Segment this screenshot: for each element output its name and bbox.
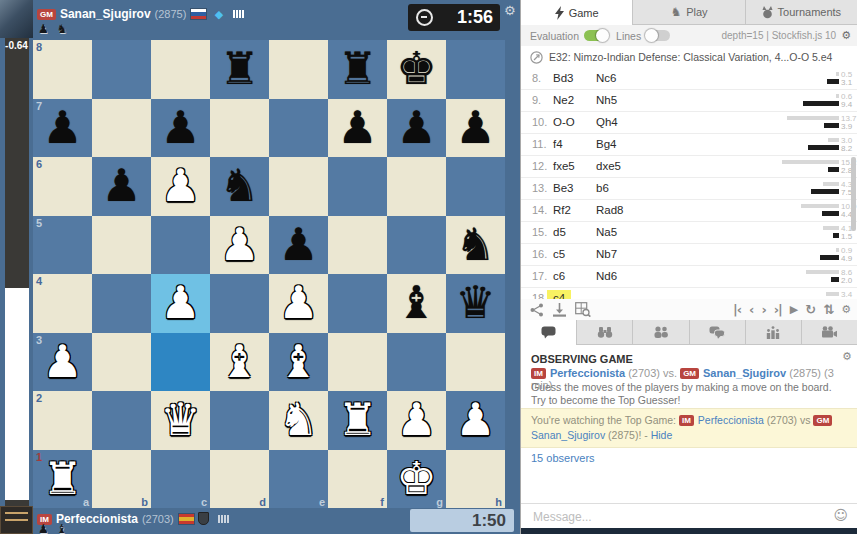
file-label: h	[495, 496, 502, 508]
white-move[interactable]: d5	[553, 226, 566, 238]
move-row: 14.Rf2Rad810.04.4	[521, 200, 857, 222]
engine-status: depth=15 | Stockfish.js 10	[722, 30, 837, 41]
square-c2[interactable]: ♛	[151, 391, 210, 450]
player-name[interactable]: Sanan_Sjugirov	[60, 7, 151, 21]
chess-board[interactable]: 8♜♜♚♟7♟♟♟♟6♟♟♞5♟♟♞4♟♟♝♛♟3♝♝2♛♞♜♟♟♜1abcde…	[33, 40, 505, 508]
tab-players[interactable]	[633, 320, 689, 345]
banner-hide-link[interactable]: Hide	[651, 429, 673, 441]
tab-game[interactable]: Game	[521, 0, 633, 25]
square-b5[interactable]	[92, 216, 151, 275]
square-h4[interactable]: ♛	[446, 274, 505, 333]
time-bar	[833, 233, 839, 238]
white-move[interactable]: fxe5	[553, 160, 575, 172]
square-b1[interactable]: b	[92, 450, 151, 509]
time-bar	[826, 292, 839, 296]
side-panel: Game ♞ Play Tournaments Evaluation Lines…	[520, 0, 857, 534]
title-badge: IM	[531, 368, 546, 379]
chat-tabs	[521, 320, 857, 345]
white-move[interactable]: O-O	[553, 116, 575, 128]
lines-label: Lines	[616, 30, 641, 42]
square-f2[interactable]: ♜	[328, 391, 387, 450]
top-player-clock: 1:56	[408, 4, 500, 31]
square-h1[interactable]: h	[446, 450, 505, 509]
rank-label: 6	[36, 158, 42, 170]
white-player-link[interactable]: Perfeccionista	[550, 367, 625, 379]
move-row: 10.O-OQh413.73.9	[521, 112, 857, 134]
time-bar	[836, 72, 839, 76]
white-move[interactable]: Rf2	[553, 204, 571, 216]
time-bar	[828, 138, 839, 142]
next-move-button[interactable]: ›	[761, 302, 765, 317]
observing-settings-gear-icon[interactable]: ⚙	[842, 350, 852, 363]
black-move[interactable]: Bg4	[596, 138, 616, 150]
square-f3[interactable]	[328, 333, 387, 392]
observing-title: OBSERVING GAME	[531, 353, 633, 365]
white-move[interactable]: Bd3	[553, 72, 573, 84]
square-b3[interactable]	[92, 333, 151, 392]
black-move[interactable]: dxe5	[596, 160, 621, 172]
white-knight-e2[interactable]: ♞	[269, 391, 328, 450]
square-e8[interactable]	[269, 40, 328, 99]
black-knight-h5[interactable]: ♞	[446, 216, 505, 275]
square-a1[interactable]: ♜1a	[33, 450, 92, 509]
white-pawn-c6[interactable]: ♟	[151, 157, 210, 216]
square-c5[interactable]	[151, 216, 210, 275]
square-c4[interactable]: ♟	[151, 274, 210, 333]
black-player-link[interactable]: Sanan_Sjugirov	[703, 367, 786, 379]
black-pawn-h7[interactable]: ♟	[446, 99, 505, 158]
title-badge: GM	[813, 415, 832, 426]
square-h8[interactable]	[446, 40, 505, 99]
move-number: 15.	[532, 226, 547, 238]
black-knight-d6[interactable]: ♞	[210, 157, 269, 216]
black-rook-f8[interactable]: ♜	[328, 40, 387, 99]
banner-black-link[interactable]: Sanan_Sjugirov	[531, 429, 605, 441]
move-number: 11.	[532, 138, 546, 150]
time-bar	[836, 248, 839, 252]
white-move[interactable]: Be3	[553, 182, 573, 194]
black-move[interactable]: Na5	[596, 226, 617, 238]
white-move[interactable]: Ne2	[553, 94, 574, 106]
russia-flag-icon	[191, 9, 206, 19]
square-c1[interactable]: c	[151, 450, 210, 509]
evaluation-toggle[interactable]	[584, 30, 608, 41]
rank-label: 8	[36, 41, 42, 53]
file-label: f	[380, 496, 384, 508]
player-rating: (2875)	[155, 8, 187, 20]
rank-label: 1	[36, 451, 42, 463]
square-h6[interactable]	[446, 157, 505, 216]
move-row: 13.Be3b64.37.5	[521, 178, 857, 200]
tab-statistics[interactable]	[746, 320, 802, 345]
time-bar	[828, 167, 839, 172]
time-bar	[808, 145, 839, 150]
square-a8[interactable]: 8	[33, 40, 92, 99]
time-bar	[787, 116, 839, 120]
move-row: 15.d5Na54.11.5	[521, 222, 857, 244]
knight-icon: ♞	[670, 5, 681, 19]
square-b6[interactable]: ♟	[92, 157, 151, 216]
white-pawn-c4[interactable]: ♟	[151, 274, 210, 333]
streamer-photo	[0, 0, 33, 38]
square-f6[interactable]	[328, 157, 387, 216]
square-b8[interactable]	[92, 40, 151, 99]
move-number: 14.	[532, 204, 547, 216]
square-d7[interactable]	[210, 99, 269, 158]
square-a2[interactable]: 2	[33, 391, 92, 450]
tab-private-chats[interactable]	[690, 320, 746, 345]
last-move-button[interactable]: ›|	[774, 302, 782, 317]
rank-label: 7	[36, 100, 42, 112]
moves-settings-gear-icon[interactable]: ⚙	[841, 303, 850, 316]
square-f4[interactable]	[328, 274, 387, 333]
square-f1[interactable]: f	[328, 450, 387, 509]
square-b2[interactable]	[92, 391, 151, 450]
square-a5[interactable]: 5	[33, 216, 92, 275]
white-bishop-d3[interactable]: ♝	[210, 333, 269, 392]
time-value: 9.4	[841, 100, 852, 109]
time-value: 3.1	[841, 78, 852, 87]
move-row: 11.f4Bg43.08.2	[521, 134, 857, 156]
rank-label: 4	[36, 275, 42, 287]
black-rook-d8[interactable]: ♜	[210, 40, 269, 99]
time-bar	[811, 189, 840, 194]
engine-controls: Evaluation Lines depth=15 | Stockfish.js…	[521, 25, 857, 47]
square-g6[interactable]	[387, 157, 446, 216]
square-g4[interactable]: ♝	[387, 274, 446, 333]
time-value: 3.9	[841, 122, 852, 131]
binoculars-icon	[597, 326, 613, 338]
square-g1[interactable]: ♚g	[387, 450, 446, 509]
move-number: 9.	[532, 94, 541, 106]
rank-label: 2	[36, 392, 42, 404]
square-e2[interactable]: ♞	[269, 391, 328, 450]
black-move[interactable]: Nb7	[596, 248, 617, 260]
black-king-g8[interactable]: ♚	[387, 40, 446, 99]
file-label: e	[319, 496, 325, 508]
white-move[interactable]: c5	[553, 248, 565, 260]
square-d6[interactable]: ♞	[210, 157, 269, 216]
square-g3[interactable]	[387, 333, 446, 392]
double-bubble-icon	[709, 326, 725, 339]
black-pawn-c7[interactable]: ♟	[151, 99, 210, 158]
video-camera-icon	[821, 326, 837, 338]
square-d1[interactable]: d	[210, 450, 269, 509]
black-move[interactable]: b6	[596, 182, 609, 194]
black-pawn-b6[interactable]: ♟	[92, 157, 151, 216]
square-g2[interactable]: ♟	[387, 391, 446, 450]
guess-instructions: Guess the moves of the players by making…	[531, 381, 849, 407]
white-pawn-h2[interactable]: ♟	[446, 391, 505, 450]
move-number: 8.	[532, 72, 541, 84]
share-icon[interactable]	[530, 303, 544, 317]
time-value: 3.4	[841, 290, 852, 299]
move-row: 17.c6Nd68.62.0	[521, 266, 857, 288]
tab-tournaments[interactable]: Tournaments	[746, 0, 857, 25]
move-number: 17.	[532, 270, 547, 282]
time-value: 4.9	[841, 254, 852, 263]
time-bar	[823, 226, 839, 230]
refresh-button[interactable]: ↻	[805, 302, 815, 317]
main-tabs: Game ♞ Play Tournaments	[521, 0, 857, 25]
title-badge: GM	[680, 368, 699, 379]
clock-paused-icon	[416, 9, 433, 26]
tab-observers[interactable]	[577, 320, 633, 345]
chat-bubble-icon	[541, 326, 556, 339]
file-label: g	[436, 496, 443, 508]
black-move[interactable]: Nc6	[596, 72, 616, 84]
time-bar	[824, 123, 839, 128]
black-move[interactable]: Rad8	[596, 204, 624, 216]
black-pawn-g7[interactable]: ♟	[387, 99, 446, 158]
move-list: 8.Bd3Nc60.53.19.Ne2Nh50.69.410.O-OQh413.…	[521, 68, 857, 310]
square-a4[interactable]: 4	[33, 274, 92, 333]
move-number: 10.	[532, 116, 547, 128]
square-e1[interactable]: e	[269, 450, 328, 509]
evaluation-bar-white-share	[5, 288, 29, 500]
square-h2[interactable]: ♟	[446, 391, 505, 450]
square-g7[interactable]: ♟	[387, 99, 446, 158]
white-queen-c2[interactable]: ♛	[151, 391, 210, 450]
time-bar	[823, 182, 839, 186]
board-region: -0.64 GMSanan_Sjugirov(2875) ◆ ♟ ♞ 1:56 …	[0, 0, 520, 534]
square-g5[interactable]	[387, 216, 446, 275]
move-row: 12.fxe5dxe515.22.8	[521, 156, 857, 178]
square-d4[interactable]	[210, 274, 269, 333]
flip-board-button[interactable]: ⇅	[823, 302, 833, 317]
black-pawn-f7[interactable]: ♟	[328, 99, 387, 158]
file-label: b	[141, 496, 148, 508]
evaluation-label: Evaluation	[530, 30, 579, 42]
move-row: 8.Bd3Nc60.53.1	[521, 68, 857, 90]
square-f7[interactable]: ♟	[328, 99, 387, 158]
square-c7[interactable]: ♟	[151, 99, 210, 158]
square-d8[interactable]: ♜	[210, 40, 269, 99]
rank-label: 3	[36, 334, 42, 346]
board-search-icon[interactable]	[575, 302, 591, 317]
move-row: 9.Ne2Nh50.69.4	[521, 90, 857, 112]
black-move[interactable]: Qh4	[596, 116, 618, 128]
opening-explorer-icon	[530, 51, 543, 64]
emoji-smiley-icon[interactable]: ☺	[833, 507, 848, 523]
rank-label: 5	[36, 217, 42, 229]
spain-flag-icon	[179, 514, 194, 524]
stream-thumbnail[interactable]	[0, 506, 33, 534]
connection-signal-icon	[233, 4, 245, 22]
white-bishop-e3[interactable]: ♝	[269, 333, 328, 392]
evaluation-bar	[5, 38, 29, 508]
black-bishop-g4[interactable]: ♝	[387, 274, 446, 333]
time-bar	[801, 204, 839, 208]
lightning-icon	[555, 6, 564, 20]
board-settings-gear-icon[interactable]: ⚙	[504, 3, 516, 18]
square-h5[interactable]: ♞	[446, 216, 505, 275]
time-bar	[836, 94, 839, 98]
square-b7[interactable]	[92, 99, 151, 158]
time-value: 8.2	[841, 144, 852, 153]
connection-signal-icon	[218, 509, 230, 527]
time-bar	[803, 101, 839, 106]
lines-toggle[interactable]	[646, 30, 670, 41]
square-a3[interactable]: ♟3	[33, 333, 92, 392]
title-badge: IM	[679, 415, 694, 426]
title-badge: GM	[37, 9, 56, 20]
player-rating: (2703)	[142, 513, 174, 525]
black-move[interactable]: Nd6	[596, 270, 617, 282]
square-e3[interactable]: ♝	[269, 333, 328, 392]
move-row: 16.c5Nb70.94.9	[521, 244, 857, 266]
move-number: 16.	[532, 248, 547, 260]
square-e6[interactable]	[269, 157, 328, 216]
players-icon	[653, 326, 669, 338]
tab-chat[interactable]	[521, 320, 577, 345]
square-a7[interactable]: ♟7	[33, 99, 92, 158]
prev-move-button[interactable]: ‹	[749, 302, 753, 317]
time-value: 1.5	[841, 232, 852, 241]
evaluation-score: -0.64	[0, 40, 33, 51]
premium-diamond-icon: ◆	[215, 8, 223, 21]
square-c3[interactable]	[151, 333, 210, 392]
square-e5[interactable]: ♟	[269, 216, 328, 275]
square-h7[interactable]: ♟	[446, 99, 505, 158]
black-queen-h4[interactable]: ♛	[446, 274, 505, 333]
time-value: 2.0	[841, 276, 852, 285]
tab-videos[interactable]	[802, 320, 857, 345]
download-icon[interactable]	[553, 303, 566, 317]
banner-white-link[interactable]: Perfeccionista	[698, 414, 764, 426]
square-f8[interactable]: ♜	[328, 40, 387, 99]
podium-stats-icon	[766, 326, 780, 339]
club-shield-icon	[198, 512, 209, 525]
observers-count-link[interactable]: 15 observers	[531, 452, 595, 464]
move-list-scrollbar[interactable]	[851, 157, 856, 231]
captured-pieces-bottom: ♟ ♝	[38, 522, 69, 534]
message-input[interactable]	[531, 509, 815, 525]
medal-icon	[762, 6, 773, 19]
bottom-player-clock: 1:50	[410, 509, 514, 532]
top-game-banner: You're watching the Top Game: IMPerfecci…	[521, 408, 857, 448]
white-pawn-e4[interactable]: ♟	[269, 274, 328, 333]
white-rook-f2[interactable]: ♜	[328, 391, 387, 450]
captured-pieces-top: ♟ ♞	[38, 22, 69, 36]
square-g8[interactable]: ♚	[387, 40, 446, 99]
tab-play[interactable]: ♞ Play	[633, 0, 745, 25]
square-e7[interactable]	[269, 99, 328, 158]
file-label: a	[83, 496, 89, 508]
opening-row: E32: Nimzo-Indian Defense: Classical Var…	[521, 46, 857, 69]
square-a6[interactable]: 6	[33, 157, 92, 216]
move-toolbar: |‹ ‹ › ›| ▶ ↻ ⇅ ⚙	[521, 299, 857, 321]
time-bar	[782, 160, 839, 164]
square-e4[interactable]: ♟	[269, 274, 328, 333]
white-move[interactable]: f4	[553, 138, 563, 150]
square-d2[interactable]	[210, 391, 269, 450]
black-move[interactable]: Nh5	[596, 94, 617, 106]
move-number: 12.	[532, 160, 547, 172]
opening-name: E32: Nimzo-Indian Defense: Classical Var…	[549, 51, 832, 63]
move-number: 13.	[532, 182, 547, 194]
square-c6[interactable]: ♟	[151, 157, 210, 216]
white-move[interactable]: c6	[553, 270, 565, 282]
time-bar	[827, 79, 839, 84]
time-bar	[806, 270, 839, 274]
white-pawn-g2[interactable]: ♟	[387, 391, 446, 450]
file-label: c	[201, 496, 207, 508]
square-d3[interactable]: ♝	[210, 333, 269, 392]
square-f5[interactable]	[328, 216, 387, 275]
square-d5[interactable]: ♟	[210, 216, 269, 275]
file-label: d	[259, 496, 266, 508]
time-bar	[822, 211, 839, 216]
time-bar	[831, 277, 839, 282]
first-move-button[interactable]: |‹	[733, 302, 741, 317]
square-b4[interactable]	[92, 274, 151, 333]
panel-bottom-strip	[521, 528, 857, 534]
engine-settings-gear-icon[interactable]: ⚙	[841, 29, 851, 42]
square-h3[interactable]	[446, 333, 505, 392]
message-row: ☺	[521, 503, 857, 529]
square-c8[interactable]	[151, 40, 210, 99]
autoplay-button[interactable]: ▶	[790, 303, 797, 316]
black-pawn-e5[interactable]: ♟	[269, 216, 328, 275]
white-pawn-d5[interactable]: ♟	[210, 216, 269, 275]
top-clock-time: 1:56	[433, 7, 493, 28]
time-bar	[820, 255, 839, 260]
